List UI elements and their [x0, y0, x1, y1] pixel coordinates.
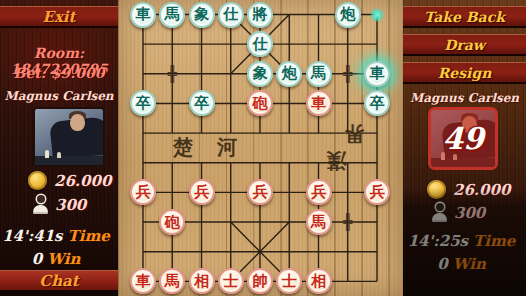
piece-black-soldier[interactable]: 卒 [130, 90, 156, 116]
pieces-layer: 車馬象仕將炮仕象炮馬車卒卒砲車卒兵兵兵兵兵砲馬車馬相士帥士相 [128, 0, 391, 296]
left-player-avatar [33, 107, 105, 167]
exit-button[interactable]: Exit [0, 6, 118, 28]
right-time-row: 14':25sTime [403, 232, 520, 250]
left-win-row: 0Win [0, 250, 112, 268]
exit-button-label: Exit [42, 8, 75, 26]
piece-black-chariot[interactable]: 車 [130, 2, 156, 28]
piece-black-horse[interactable]: 馬 [159, 2, 185, 28]
right-player-name: Magnus Carlsen [403, 91, 526, 105]
right-win-value: 0 [437, 255, 447, 273]
right-rating-row: 300 [432, 203, 485, 222]
time-label: Time [68, 227, 110, 245]
piece-red-elephant[interactable]: 相 [189, 268, 215, 294]
piece-black-cannon[interactable]: 炮 [276, 61, 302, 87]
piece-red-elephant[interactable]: 相 [306, 268, 332, 294]
win-label: Win [453, 255, 486, 273]
resign-label: Resign [438, 65, 492, 81]
piece-red-cannon[interactable]: 砲 [159, 209, 185, 235]
right-player-panel: Take Back Draw Resign Magnus Carlsen 49 … [403, 0, 526, 296]
piece-red-soldier[interactable]: 兵 [130, 179, 156, 205]
right-coins-row: 26.000 [427, 180, 510, 199]
piece-red-general[interactable]: 帥 [247, 268, 273, 294]
left-rating-value: 300 [55, 196, 86, 214]
left-rating-row: 300 [33, 195, 86, 214]
right-rating-value: 300 [454, 204, 485, 222]
move-timer-seconds: 49 [431, 110, 495, 167]
piece-red-soldier[interactable]: 兵 [364, 179, 390, 205]
piece-black-soldier[interactable]: 卒 [189, 90, 215, 116]
piece-red-advisor[interactable]: 士 [276, 268, 302, 294]
chat-button-label: Chat [39, 272, 79, 290]
right-win-row: 0Win [403, 255, 520, 273]
left-time-row: 14':41sTime [0, 227, 112, 245]
take-back-label: Take Back [424, 9, 505, 25]
resign-button[interactable]: Resign [403, 62, 526, 84]
left-coins-row: 26.000 [28, 171, 111, 190]
right-time-value: 14':25s [408, 232, 468, 250]
piece-red-cannon[interactable]: 砲 [247, 90, 273, 116]
xiangqi-board[interactable]: 楚 河 漢界 ╬╬╬ 車馬象仕將炮仕象炮馬車卒卒砲車卒兵兵兵兵兵砲馬車馬相士帥士… [118, 0, 403, 296]
bet-amount-label: Bet: $9.000 [0, 65, 118, 81]
win-label: Win [47, 250, 80, 268]
piece-black-chariot[interactable]: 車 [364, 61, 390, 87]
piece-red-horse[interactable]: 馬 [306, 209, 332, 235]
piece-red-soldier[interactable]: 兵 [247, 179, 273, 205]
left-time-value: 14':41s [2, 227, 62, 245]
coin-icon [427, 180, 446, 199]
user-icon [432, 203, 447, 222]
chat-button[interactable]: Chat [0, 270, 118, 292]
draw-label: Draw [444, 37, 485, 53]
xiangqi-game-screen: Exit Room: 1847220795 Bet: $9.000 Magnus… [0, 0, 526, 296]
coin-icon [28, 171, 47, 190]
piece-red-advisor[interactable]: 士 [218, 268, 244, 294]
right-player-avatar: 49 [428, 107, 498, 170]
left-player-panel: Exit Room: 1847220795 Bet: $9.000 Magnus… [0, 0, 118, 296]
piece-black-elephant[interactable]: 象 [189, 2, 215, 28]
left-win-value: 0 [32, 250, 42, 268]
piece-black-cannon[interactable]: 炮 [335, 2, 361, 28]
piece-black-general[interactable]: 將 [247, 2, 273, 28]
right-coins-value: 26.000 [453, 181, 510, 199]
piece-black-horse[interactable]: 馬 [306, 61, 332, 87]
piece-red-chariot[interactable]: 車 [306, 90, 332, 116]
take-back-button[interactable]: Take Back [403, 6, 526, 28]
left-coins-value: 26.000 [54, 172, 111, 190]
piece-black-advisor[interactable]: 仕 [218, 2, 244, 28]
piece-black-advisor[interactable]: 仕 [247, 31, 273, 57]
user-icon [33, 195, 48, 214]
piece-red-chariot[interactable]: 車 [130, 268, 156, 294]
piece-black-soldier[interactable]: 卒 [364, 90, 390, 116]
left-player-name: Magnus Carlsen [0, 89, 118, 103]
piece-black-elephant[interactable]: 象 [247, 61, 273, 87]
piece-red-soldier[interactable]: 兵 [306, 179, 332, 205]
draw-button[interactable]: Draw [403, 34, 526, 56]
time-label: Time [473, 232, 515, 250]
piece-red-horse[interactable]: 馬 [159, 268, 185, 294]
piece-red-soldier[interactable]: 兵 [189, 179, 215, 205]
